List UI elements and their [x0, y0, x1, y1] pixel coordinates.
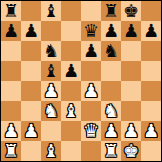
square-g4[interactable]	[121, 81, 141, 101]
square-h7[interactable]: ♟	[141, 21, 161, 41]
piece-white-queen: ♛	[83, 121, 99, 141]
square-g1[interactable]: ♚	[121, 141, 141, 161]
piece-white-rook: ♜	[3, 141, 19, 161]
piece-white-knight: ♞	[103, 101, 119, 121]
square-e8[interactable]	[81, 1, 101, 21]
square-e4[interactable]: ♟	[81, 81, 101, 101]
square-f3[interactable]: ♞	[101, 101, 121, 121]
square-c7[interactable]	[41, 21, 61, 41]
square-g2[interactable]: ♟	[121, 121, 141, 141]
square-g6[interactable]	[121, 41, 141, 61]
square-c5[interactable]: ♝	[41, 61, 61, 81]
square-a2[interactable]: ♟	[1, 121, 21, 141]
piece-white-pawn: ♟	[83, 81, 99, 101]
square-e3[interactable]	[81, 101, 101, 121]
square-e7[interactable]: ♛	[81, 21, 101, 41]
square-c6[interactable]: ♞	[41, 41, 61, 61]
square-c2[interactable]	[41, 121, 61, 141]
square-g3[interactable]	[121, 101, 141, 121]
square-a3[interactable]	[1, 101, 21, 121]
square-h8[interactable]	[141, 1, 161, 21]
square-e5[interactable]	[81, 61, 101, 81]
piece-white-bishop: ♝	[43, 141, 59, 161]
piece-white-pawn: ♟	[3, 121, 19, 141]
square-b8[interactable]	[21, 1, 41, 21]
square-f7[interactable]: ♟	[101, 21, 121, 41]
piece-black-queen: ♛	[83, 21, 99, 41]
square-f2[interactable]: ♟	[101, 121, 121, 141]
square-d5[interactable]: ♟	[61, 61, 81, 81]
square-b1[interactable]	[21, 141, 41, 161]
piece-black-pawn: ♟	[123, 21, 139, 41]
square-c1[interactable]: ♝	[41, 141, 61, 161]
square-b6[interactable]	[21, 41, 41, 61]
square-d8[interactable]	[61, 1, 81, 21]
square-c4[interactable]: ♟	[41, 81, 61, 101]
square-d7[interactable]	[61, 21, 81, 41]
piece-black-pawn: ♟	[3, 21, 19, 41]
piece-black-pawn: ♟	[63, 61, 79, 81]
square-h4[interactable]	[141, 81, 161, 101]
square-a4[interactable]	[1, 81, 21, 101]
square-c8[interactable]: ♝	[41, 1, 61, 21]
piece-black-pawn: ♟	[23, 21, 39, 41]
piece-black-bishop: ♝	[43, 61, 59, 81]
square-f8[interactable]: ♜	[101, 1, 121, 21]
square-e6[interactable]: ♟	[81, 41, 101, 61]
square-d3[interactable]: ♝	[61, 101, 81, 121]
square-h5[interactable]	[141, 61, 161, 81]
piece-black-pawn: ♟	[103, 21, 119, 41]
square-d6[interactable]	[61, 41, 81, 61]
square-f6[interactable]: ♞	[101, 41, 121, 61]
square-h3[interactable]	[141, 101, 161, 121]
square-g8[interactable]: ♚	[121, 1, 141, 21]
piece-white-knight: ♞	[43, 101, 59, 121]
piece-white-pawn: ♟	[23, 121, 39, 141]
square-a8[interactable]: ♜	[1, 1, 21, 21]
square-f1[interactable]: ♜	[101, 141, 121, 161]
square-d2[interactable]	[61, 121, 81, 141]
square-b5[interactable]	[21, 61, 41, 81]
piece-white-pawn: ♟	[123, 121, 139, 141]
square-d1[interactable]	[61, 141, 81, 161]
square-h6[interactable]	[141, 41, 161, 61]
square-h2[interactable]: ♟	[141, 121, 161, 141]
square-a5[interactable]	[1, 61, 21, 81]
square-b7[interactable]: ♟	[21, 21, 41, 41]
square-h1[interactable]	[141, 141, 161, 161]
piece-black-rook: ♜	[103, 1, 119, 21]
square-a6[interactable]	[1, 41, 21, 61]
piece-black-knight: ♞	[43, 41, 59, 61]
piece-black-bishop: ♝	[43, 1, 59, 21]
piece-white-king: ♚	[123, 141, 139, 161]
square-g5[interactable]	[121, 61, 141, 81]
piece-white-rook: ♜	[103, 141, 119, 161]
square-g7[interactable]: ♟	[121, 21, 141, 41]
square-f4[interactable]	[101, 81, 121, 101]
square-b4[interactable]	[21, 81, 41, 101]
piece-white-bishop: ♝	[63, 101, 79, 121]
square-a7[interactable]: ♟	[1, 21, 21, 41]
square-f5[interactable]	[101, 61, 121, 81]
piece-white-pawn: ♟	[103, 121, 119, 141]
piece-white-pawn: ♟	[143, 121, 159, 141]
piece-black-pawn: ♟	[83, 41, 99, 61]
square-e1[interactable]	[81, 141, 101, 161]
piece-black-knight: ♞	[103, 41, 119, 61]
square-b2[interactable]: ♟	[21, 121, 41, 141]
piece-black-rook: ♜	[3, 1, 19, 21]
chess-board: ♜♝♜♚♟♟♛♟♟♟♞♟♞♝♟♟♟♞♝♞♟♟♛♟♟♟♜♝♜♚	[0, 0, 162, 162]
piece-black-king: ♚	[123, 1, 139, 21]
piece-black-pawn: ♟	[143, 21, 159, 41]
square-e2[interactable]: ♛	[81, 121, 101, 141]
square-c3[interactable]: ♞	[41, 101, 61, 121]
square-b3[interactable]	[21, 101, 41, 121]
square-d4[interactable]	[61, 81, 81, 101]
piece-white-pawn: ♟	[43, 81, 59, 101]
square-a1[interactable]: ♜	[1, 141, 21, 161]
